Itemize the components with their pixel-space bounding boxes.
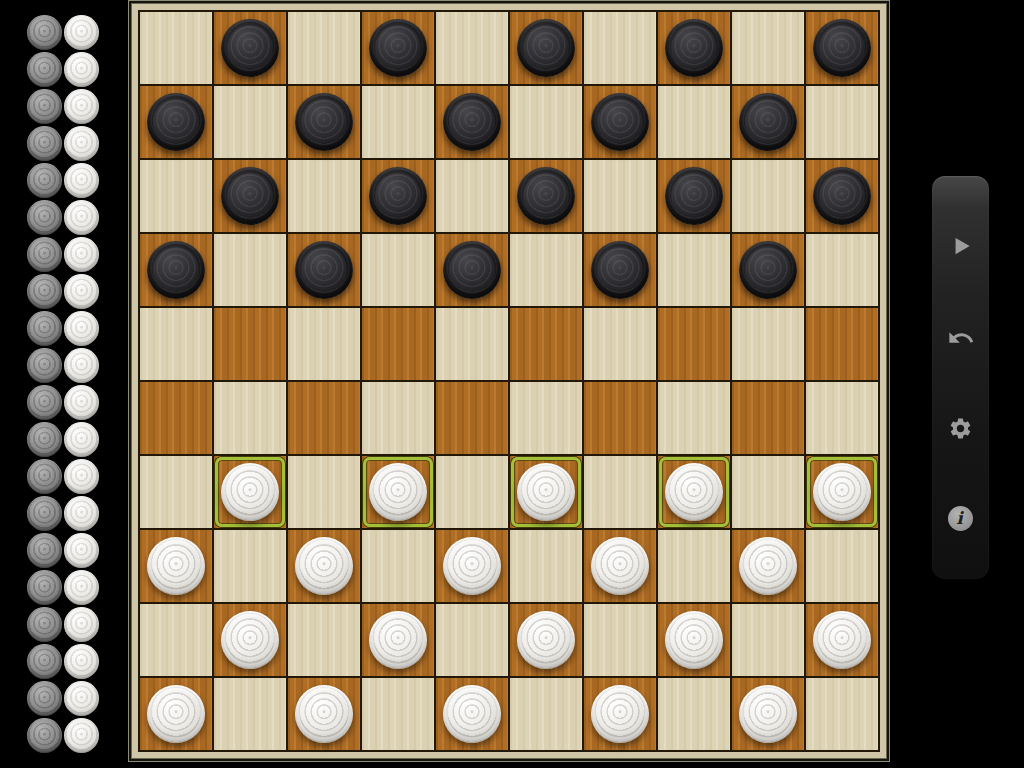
black-checker[interactable] — [517, 19, 575, 77]
square-19[interactable] — [584, 234, 656, 306]
light-tray-coin — [64, 311, 99, 346]
dark-tray-coin — [27, 237, 62, 272]
dark-tray-coin — [27, 348, 62, 383]
square-33[interactable] — [510, 456, 582, 528]
white-checker[interactable] — [665, 611, 723, 669]
dark-tray-coin — [27, 89, 62, 124]
square-24[interactable] — [658, 308, 730, 380]
light-square — [806, 234, 878, 306]
square-46[interactable] — [140, 678, 212, 750]
light-square — [288, 12, 360, 84]
dark-tray-coin — [27, 422, 62, 457]
light-square — [806, 678, 878, 750]
square-40[interactable] — [732, 530, 804, 602]
dark-tray-coin — [27, 607, 62, 642]
black-checker[interactable] — [295, 241, 353, 299]
light-square — [658, 530, 730, 602]
dark-tray-coin — [27, 311, 62, 346]
black-checker[interactable] — [665, 19, 723, 77]
black-checker[interactable] — [591, 93, 649, 151]
light-square — [510, 382, 582, 454]
square-15[interactable] — [806, 160, 878, 232]
square-47[interactable] — [288, 678, 360, 750]
square-32[interactable] — [362, 456, 434, 528]
square-43[interactable] — [510, 604, 582, 676]
dark-tray-coin — [27, 274, 62, 309]
info-glyph: i — [956, 510, 962, 527]
light-square — [510, 678, 582, 750]
square-20[interactable] — [732, 234, 804, 306]
square-2[interactable] — [362, 12, 434, 84]
light-square — [214, 678, 286, 750]
white-checker[interactable] — [443, 685, 501, 743]
white-checker[interactable] — [591, 685, 649, 743]
light-square — [732, 12, 804, 84]
light-square — [140, 12, 212, 84]
white-checker[interactable] — [147, 537, 205, 595]
white-checker[interactable] — [813, 463, 871, 521]
square-23[interactable] — [510, 308, 582, 380]
undo-icon — [947, 324, 975, 352]
black-checker[interactable] — [221, 19, 279, 77]
light-square — [436, 308, 508, 380]
black-checker[interactable] — [221, 167, 279, 225]
undo-button[interactable] — [932, 314, 989, 362]
light-tray-coin — [64, 644, 99, 679]
light-tray-coin — [64, 385, 99, 420]
white-checker[interactable] — [739, 537, 797, 595]
square-1[interactable] — [214, 12, 286, 84]
white-checker[interactable] — [295, 685, 353, 743]
dark-tray-coin — [27, 200, 62, 235]
info-button[interactable]: i — [932, 494, 989, 542]
light-square — [140, 308, 212, 380]
square-49[interactable] — [584, 678, 656, 750]
light-square — [288, 456, 360, 528]
white-checker[interactable] — [665, 463, 723, 521]
black-checker[interactable] — [739, 241, 797, 299]
light-tray-coin — [64, 126, 99, 161]
light-square — [214, 530, 286, 602]
square-21[interactable] — [214, 308, 286, 380]
white-checker[interactable] — [517, 463, 575, 521]
square-45[interactable] — [806, 604, 878, 676]
light-square — [732, 160, 804, 232]
dark-tray-coin — [27, 52, 62, 87]
square-29[interactable] — [584, 382, 656, 454]
light-square — [436, 12, 508, 84]
square-48[interactable] — [436, 678, 508, 750]
light-tray-coin — [64, 459, 99, 494]
light-square — [436, 160, 508, 232]
black-checker[interactable] — [813, 167, 871, 225]
square-3[interactable] — [510, 12, 582, 84]
light-square — [214, 382, 286, 454]
app-background: i — [0, 0, 1024, 768]
light-square — [214, 234, 286, 306]
piece-trays — [27, 15, 99, 753]
square-10[interactable] — [732, 86, 804, 158]
dark-tray-coin — [27, 718, 62, 753]
square-8[interactable] — [436, 86, 508, 158]
black-checker[interactable] — [147, 241, 205, 299]
black-checker[interactable] — [813, 19, 871, 77]
play-button[interactable] — [932, 222, 989, 270]
dark-tray-coin — [27, 496, 62, 531]
square-14[interactable] — [658, 160, 730, 232]
light-square — [584, 12, 656, 84]
light-square — [584, 456, 656, 528]
square-16[interactable] — [140, 234, 212, 306]
toolbar: i — [932, 176, 989, 579]
light-square — [436, 456, 508, 528]
black-checker[interactable] — [517, 167, 575, 225]
light-square — [140, 604, 212, 676]
gear-icon — [948, 416, 973, 441]
light-square — [362, 234, 434, 306]
dark-tray-coin — [27, 533, 62, 568]
light-square — [288, 308, 360, 380]
dark-tray-coin — [27, 644, 62, 679]
dark-tray-coin — [27, 15, 62, 50]
black-checker[interactable] — [147, 93, 205, 151]
white-checker[interactable] — [517, 611, 575, 669]
light-pieces-tray — [64, 15, 99, 753]
dark-tray-coin — [27, 459, 62, 494]
light-tray-coin — [64, 348, 99, 383]
square-27[interactable] — [288, 382, 360, 454]
black-checker[interactable] — [739, 93, 797, 151]
light-square — [584, 160, 656, 232]
black-checker[interactable] — [591, 241, 649, 299]
light-tray-coin — [64, 15, 99, 50]
square-6[interactable] — [140, 86, 212, 158]
white-checker[interactable] — [443, 537, 501, 595]
square-38[interactable] — [436, 530, 508, 602]
black-checker[interactable] — [295, 93, 353, 151]
light-square — [658, 86, 730, 158]
white-checker[interactable] — [591, 537, 649, 595]
black-checker[interactable] — [369, 167, 427, 225]
dark-tray-coin — [27, 163, 62, 198]
light-square — [140, 456, 212, 528]
light-square — [732, 308, 804, 380]
light-square — [658, 382, 730, 454]
square-11[interactable] — [214, 160, 286, 232]
square-25[interactable] — [806, 308, 878, 380]
square-5[interactable] — [806, 12, 878, 84]
light-tray-coin — [64, 422, 99, 457]
square-34[interactable] — [658, 456, 730, 528]
dark-tray-coin — [27, 126, 62, 161]
square-44[interactable] — [658, 604, 730, 676]
light-square — [436, 604, 508, 676]
light-square — [806, 86, 878, 158]
square-12[interactable] — [362, 160, 434, 232]
white-checker[interactable] — [369, 463, 427, 521]
light-square — [510, 234, 582, 306]
light-square — [732, 456, 804, 528]
light-square — [362, 86, 434, 158]
light-square — [658, 234, 730, 306]
square-31[interactable] — [214, 456, 286, 528]
white-checker[interactable] — [147, 685, 205, 743]
square-17[interactable] — [288, 234, 360, 306]
light-tray-coin — [64, 681, 99, 716]
play-icon — [948, 233, 974, 259]
light-tray-coin — [64, 89, 99, 124]
square-30[interactable] — [732, 382, 804, 454]
white-checker[interactable] — [739, 685, 797, 743]
black-checker[interactable] — [369, 19, 427, 77]
light-square — [214, 86, 286, 158]
square-37[interactable] — [288, 530, 360, 602]
light-square — [362, 382, 434, 454]
light-square — [362, 530, 434, 602]
light-tray-coin — [64, 52, 99, 87]
square-4[interactable] — [658, 12, 730, 84]
light-tray-coin — [64, 237, 99, 272]
black-checker[interactable] — [443, 241, 501, 299]
square-36[interactable] — [140, 530, 212, 602]
square-26[interactable] — [140, 382, 212, 454]
light-tray-coin — [64, 200, 99, 235]
light-square — [362, 678, 434, 750]
light-tray-coin — [64, 570, 99, 605]
white-checker[interactable] — [221, 463, 279, 521]
black-checker[interactable] — [443, 93, 501, 151]
info-icon: i — [948, 506, 973, 531]
square-28[interactable] — [436, 382, 508, 454]
light-square — [806, 530, 878, 602]
dark-tray-coin — [27, 385, 62, 420]
light-tray-coin — [64, 163, 99, 198]
dark-tray-coin — [27, 681, 62, 716]
light-square — [288, 160, 360, 232]
white-checker[interactable] — [369, 611, 427, 669]
board-border — [131, 3, 887, 759]
light-tray-coin — [64, 496, 99, 531]
white-checker[interactable] — [295, 537, 353, 595]
square-18[interactable] — [436, 234, 508, 306]
light-square — [806, 382, 878, 454]
light-square — [732, 604, 804, 676]
board-frame — [128, 0, 890, 762]
square-22[interactable] — [362, 308, 434, 380]
square-42[interactable] — [362, 604, 434, 676]
light-square — [658, 678, 730, 750]
light-square — [584, 604, 656, 676]
light-tray-coin — [64, 718, 99, 753]
white-checker[interactable] — [813, 611, 871, 669]
board — [138, 10, 880, 752]
dark-pieces-tray — [27, 15, 62, 753]
light-square — [510, 86, 582, 158]
square-39[interactable] — [584, 530, 656, 602]
light-tray-coin — [64, 274, 99, 309]
square-41[interactable] — [214, 604, 286, 676]
square-9[interactable] — [584, 86, 656, 158]
square-35[interactable] — [806, 456, 878, 528]
light-square — [584, 308, 656, 380]
settings-button[interactable] — [932, 404, 989, 452]
light-square — [510, 530, 582, 602]
light-square — [288, 604, 360, 676]
white-checker[interactable] — [221, 611, 279, 669]
black-checker[interactable] — [665, 167, 723, 225]
light-tray-coin — [64, 607, 99, 642]
dark-tray-coin — [27, 570, 62, 605]
square-13[interactable] — [510, 160, 582, 232]
light-square — [140, 160, 212, 232]
light-tray-coin — [64, 533, 99, 568]
square-50[interactable] — [732, 678, 804, 750]
square-7[interactable] — [288, 86, 360, 158]
